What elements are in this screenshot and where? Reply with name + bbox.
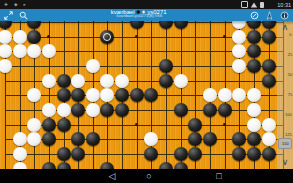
white-stone: [203, 88, 217, 102]
star-point: [223, 123, 226, 126]
white-stone: [100, 74, 114, 88]
recents-button[interactable]: □: [212, 169, 226, 183]
black-stone: [262, 30, 276, 44]
white-stone: [247, 118, 261, 132]
white-stone: [232, 88, 246, 102]
slider-thumb[interactable]: 150: [278, 138, 292, 149]
white-stone: [42, 74, 56, 88]
game-title-block[interactable]: kvanbael ys0271 kvanbael-ys0271(B) IGS: [32, 7, 246, 24]
black-stone: [57, 147, 71, 161]
black-stone: [247, 59, 261, 73]
home-button[interactable]: ○: [142, 169, 156, 183]
white-stone: [71, 74, 85, 88]
app-bar: kvanbael ys0271 kvanbael-ys0271(B) IGS: [0, 9, 293, 21]
white-stone: [232, 30, 246, 44]
star-point: [223, 35, 226, 38]
game-subtitle: kvanbael-ys0271(B) IGS: [116, 14, 162, 18]
black-stone: [100, 30, 114, 44]
black-stone: [247, 132, 261, 146]
white-stone: [247, 88, 261, 102]
slider-thumb-label: 150: [282, 141, 289, 145]
white-stone: [100, 88, 114, 102]
white-stone: [13, 44, 27, 58]
black-stone: [115, 88, 129, 102]
star-point: [135, 123, 138, 126]
black-stone: [188, 147, 202, 161]
white-stone: [86, 88, 100, 102]
white-stone: [86, 59, 100, 73]
black-stone: [57, 118, 71, 132]
black-stone: [174, 103, 188, 117]
white-stone: [27, 132, 41, 146]
slider-tick-label: 100: [285, 113, 292, 117]
nav-bar: ◁ ○ □: [0, 169, 293, 183]
black-stone: [203, 132, 217, 146]
white-stone: [13, 147, 27, 161]
screen: ∧ ∨ 150 0255075100125 ✚ ◆ ▸ 10:31: [0, 0, 293, 183]
back-button[interactable]: ◁: [105, 169, 119, 183]
black-stone: [232, 147, 246, 161]
status-time: 10:31: [277, 2, 291, 8]
black-stone: [71, 147, 85, 161]
black-stone: [247, 147, 261, 161]
black-stone: [188, 132, 202, 146]
white-stone: [232, 44, 246, 58]
white-stone: [0, 44, 12, 58]
white-stone: [115, 74, 129, 88]
white-stone: [42, 44, 56, 58]
white-stone: [13, 132, 27, 146]
wifi-icon: [251, 2, 257, 7]
black-stone: [262, 59, 276, 73]
notification-icon-1: ✚: [4, 2, 8, 7]
black-stone: [71, 103, 85, 117]
black-stone: [71, 88, 85, 102]
white-stone: [218, 88, 232, 102]
slider-tick-label: 50: [288, 73, 292, 77]
slider-tick-label: 25: [288, 53, 292, 57]
white-stone: [86, 103, 100, 117]
white-stone: [262, 132, 276, 146]
slider-tick-label: 0: [290, 33, 292, 37]
notification-icon-2: ◆: [15, 2, 18, 7]
white-stone: [27, 118, 41, 132]
black-stone: [247, 30, 261, 44]
move-slider[interactable]: ∧ ∨ 150 0255075100125: [277, 21, 293, 169]
white-stone: [0, 30, 12, 44]
black-stone: [218, 103, 232, 117]
white-stone: [262, 118, 276, 132]
notification-icon-3: ▸: [23, 2, 25, 7]
black-stone: [232, 132, 246, 146]
black-stone: [42, 118, 56, 132]
black-stone: [159, 59, 173, 73]
black-stone: [57, 74, 71, 88]
black-stone: [57, 88, 71, 102]
black-stone: [247, 44, 261, 58]
cursor-icon[interactable]: [265, 11, 274, 20]
black-stone: [203, 103, 217, 117]
black-stone: [262, 74, 276, 88]
white-stone: [27, 88, 41, 102]
black-stone: [100, 103, 114, 117]
black-stone: [27, 30, 41, 44]
white-stone: [57, 103, 71, 117]
black-stone: [130, 88, 144, 102]
black-stone: [262, 147, 276, 161]
white-stone: [13, 30, 27, 44]
white-stone: [247, 103, 261, 117]
star-point: [135, 35, 138, 38]
battery-icon: [260, 2, 264, 8]
black-stone: [71, 132, 85, 146]
slider-down-icon[interactable]: ∨: [277, 158, 293, 167]
black-stone: [86, 132, 100, 146]
white-stone: [27, 44, 41, 58]
go-board[interactable]: [0, 0, 293, 183]
search-icon[interactable]: [19, 11, 28, 20]
info-icon[interactable]: [280, 11, 289, 20]
slider-tick-label: 75: [288, 93, 292, 97]
black-stone: [144, 147, 158, 161]
fullscreen-icon[interactable]: [4, 11, 13, 20]
black-stone: [159, 74, 173, 88]
circle-action-icon[interactable]: [250, 11, 259, 20]
slider-tick-label: 125: [285, 133, 292, 137]
black-stone: [144, 88, 158, 102]
black-stone: [115, 103, 129, 117]
black-stone: [188, 118, 202, 132]
black-stone: [174, 147, 188, 161]
black-stone: [42, 132, 56, 146]
star-point: [47, 35, 50, 38]
white-stone: [174, 74, 188, 88]
white-stone: [232, 59, 246, 73]
white-stone: [144, 132, 158, 146]
last-move-marker: [103, 33, 111, 41]
white-stone: [42, 103, 56, 117]
white-stone: [0, 59, 12, 73]
